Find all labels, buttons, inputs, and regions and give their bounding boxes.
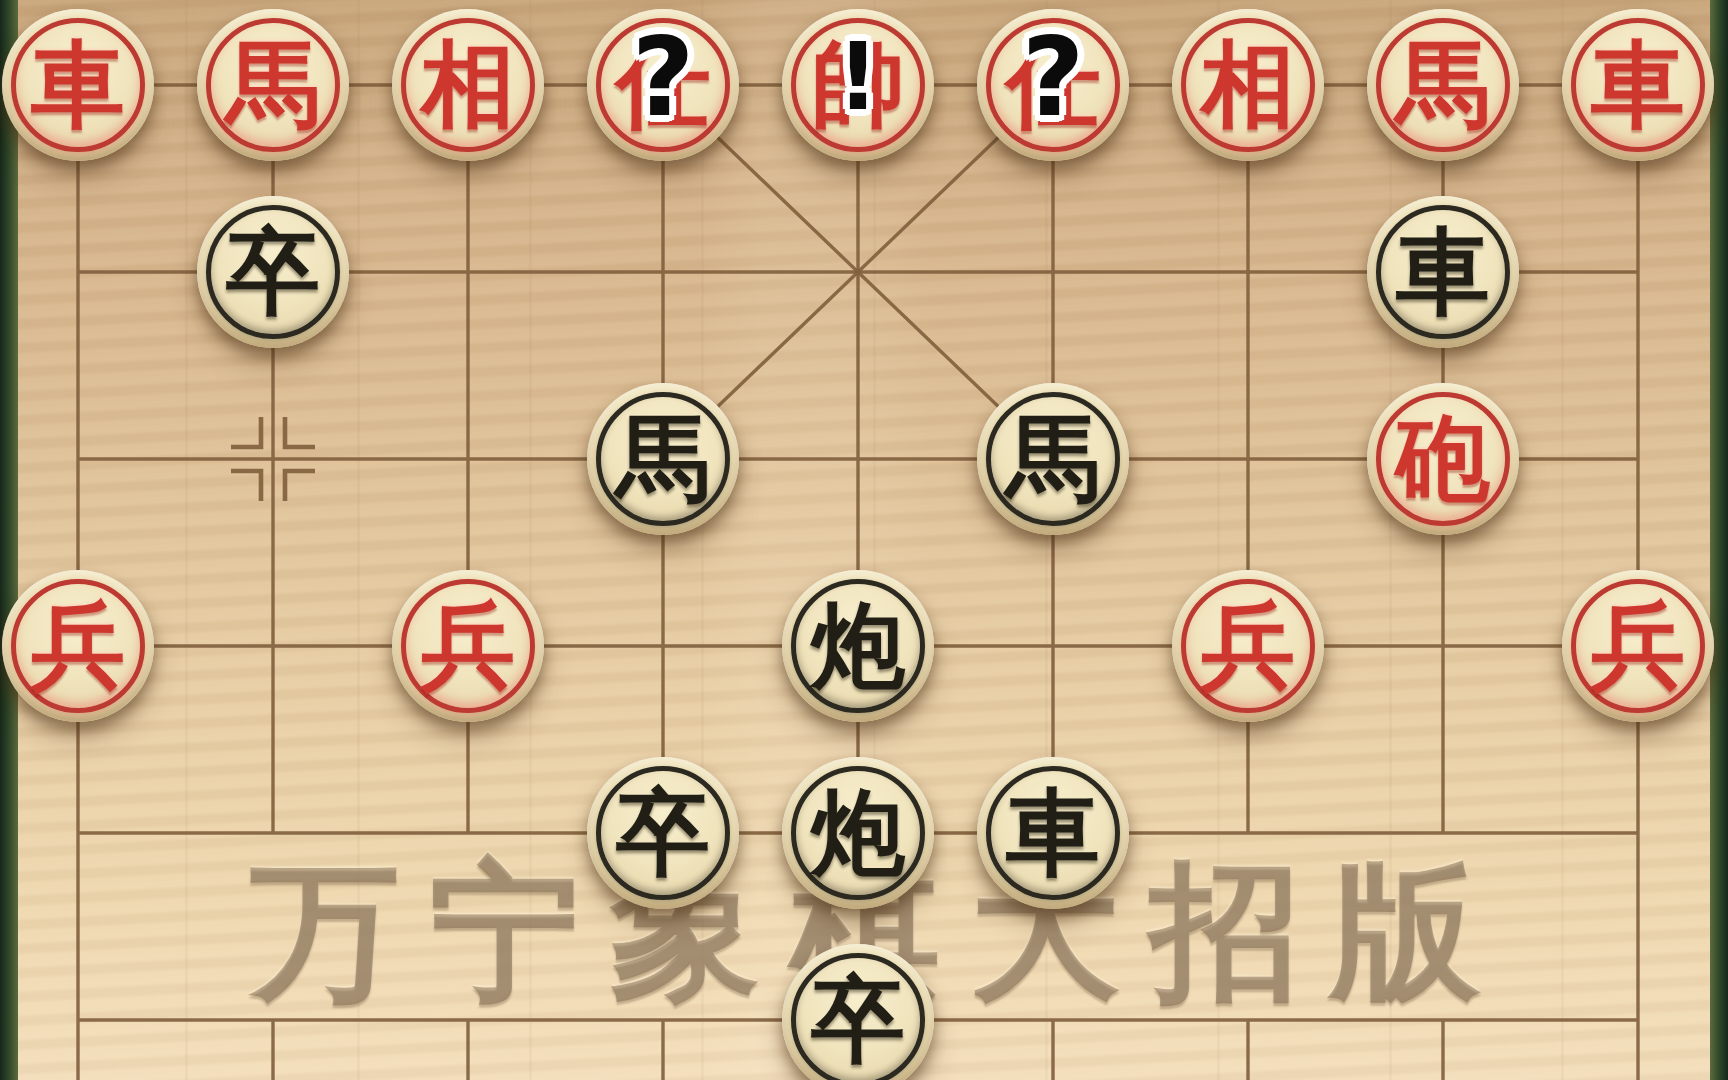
piece-red-horse[interactable]: 馬 xyxy=(197,9,349,161)
piece-red-elephant[interactable]: 相 xyxy=(392,9,544,161)
piece-label: 馬 xyxy=(197,9,349,161)
piece-label: 車 xyxy=(1562,9,1714,161)
piece-black-chariot[interactable]: 車 xyxy=(1367,196,1519,348)
piece-label: 馬 xyxy=(977,383,1129,535)
piece-black-soldier[interactable]: 卒 xyxy=(587,757,739,909)
piece-label: 車 xyxy=(2,9,154,161)
piece-red-cannon[interactable]: 砲 xyxy=(1367,383,1519,535)
piece-red-soldier[interactable]: 兵 xyxy=(2,570,154,722)
exclamation-mark-overlay: ! xyxy=(837,25,879,132)
piece-red-horse[interactable]: 馬 xyxy=(1367,9,1519,161)
piece-label: 兵 xyxy=(2,570,154,722)
piece-black-chariot[interactable]: 車 xyxy=(977,757,1129,909)
piece-black-cannon[interactable]: 炮 xyxy=(782,757,934,909)
piece-black-horse[interactable]: 馬 xyxy=(587,383,739,535)
piece-label: 車 xyxy=(977,757,1129,909)
piece-label: 兵 xyxy=(392,570,544,722)
piece-label: 兵 xyxy=(1562,570,1714,722)
piece-label: 車 xyxy=(1367,196,1519,348)
piece-black-soldier[interactable]: 卒 xyxy=(197,196,349,348)
question-mark-overlay: ? xyxy=(632,15,695,140)
piece-black-horse[interactable]: 馬 xyxy=(977,383,1129,535)
piece-red-elephant[interactable]: 相 xyxy=(1172,9,1324,161)
piece-red-advisor[interactable]: 仕? xyxy=(977,9,1129,161)
piece-label: 卒 xyxy=(197,196,349,348)
piece-red-advisor[interactable]: 仕? xyxy=(587,9,739,161)
piece-label: 卒 xyxy=(587,757,739,909)
piece-label: 兵 xyxy=(1172,570,1324,722)
piece-red-soldier[interactable]: 兵 xyxy=(1172,570,1324,722)
piece-black-cannon[interactable]: 炮 xyxy=(782,570,934,722)
piece-label: 砲 xyxy=(1367,383,1519,535)
piece-label: 相 xyxy=(1172,9,1324,161)
piece-red-chariot[interactable]: 車 xyxy=(1562,9,1714,161)
game-screen: 万宁象棋大招版 車馬相仕?帥!仕?相馬車卒車馬馬砲兵兵炮兵兵卒炮車卒 xyxy=(0,0,1728,1080)
piece-label: 炮 xyxy=(782,757,934,909)
piece-black-soldier[interactable]: 卒 xyxy=(782,944,934,1080)
pieces-layer: 車馬相仕?帥!仕?相馬車卒車馬馬砲兵兵炮兵兵卒炮車卒 xyxy=(0,0,1728,1080)
piece-label: 馬 xyxy=(1367,9,1519,161)
piece-red-chariot[interactable]: 車 xyxy=(2,9,154,161)
piece-label: 馬 xyxy=(587,383,739,535)
piece-red-general[interactable]: 帥! xyxy=(782,9,934,161)
question-mark-overlay: ? xyxy=(1022,15,1085,140)
piece-label: 卒 xyxy=(782,944,934,1080)
piece-label: 相 xyxy=(392,9,544,161)
piece-red-soldier[interactable]: 兵 xyxy=(1562,570,1714,722)
piece-red-soldier[interactable]: 兵 xyxy=(392,570,544,722)
piece-label: 炮 xyxy=(782,570,934,722)
